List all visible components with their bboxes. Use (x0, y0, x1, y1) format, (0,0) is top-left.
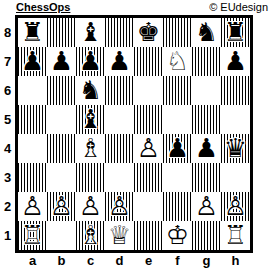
square-b4[interactable] (47, 134, 76, 163)
square-a4[interactable] (18, 134, 47, 163)
piece-black-queen[interactable]: ♛ (224, 134, 247, 163)
rank-label-2: 2 (0, 192, 15, 221)
square-a1[interactable]: ♖ (18, 221, 47, 250)
square-a5[interactable] (18, 105, 47, 134)
square-c7[interactable]: ♟ (76, 47, 105, 76)
square-e1[interactable] (134, 221, 163, 250)
square-d6[interactable] (105, 76, 134, 105)
square-h4[interactable]: ♛ (221, 134, 250, 163)
file-label-e: e (134, 253, 163, 268)
rank-label-4: 4 (0, 134, 15, 163)
square-g3[interactable] (192, 163, 221, 192)
rank-labels: 87654321 (0, 18, 15, 250)
square-g7[interactable] (192, 47, 221, 76)
square-a3[interactable] (18, 163, 47, 192)
square-d7[interactable]: ♟ (105, 47, 134, 76)
piece-white-king[interactable]: ♔ (166, 221, 189, 250)
square-h6[interactable] (221, 76, 250, 105)
square-h7[interactable]: ♟ (221, 47, 250, 76)
square-e3[interactable] (134, 163, 163, 192)
square-d2[interactable]: ♙ (105, 192, 134, 221)
square-g6[interactable] (192, 76, 221, 105)
square-b7[interactable]: ♟ (47, 47, 76, 76)
square-c8[interactable]: ♝ (76, 18, 105, 47)
square-g2[interactable]: ♙ (192, 192, 221, 221)
chessops-diagram: ChessOps © EUdesign 87654321 ♜♝♚♞♜♟♟♟♟♘♟… (0, 0, 270, 270)
square-g8[interactable]: ♞ (192, 18, 221, 47)
piece-white-pawn[interactable]: ♙ (50, 192, 73, 221)
piece-black-pawn[interactable]: ♟ (50, 47, 73, 76)
square-b1[interactable] (47, 221, 76, 250)
square-e5[interactable] (134, 105, 163, 134)
square-a2[interactable]: ♙ (18, 192, 47, 221)
square-c6[interactable]: ♞ (76, 76, 105, 105)
square-h5[interactable] (221, 105, 250, 134)
square-e8[interactable]: ♚ (134, 18, 163, 47)
square-c1[interactable]: ♗ (76, 221, 105, 250)
piece-black-king[interactable]: ♚ (137, 18, 160, 47)
square-b2[interactable]: ♙ (47, 192, 76, 221)
square-f1[interactable]: ♔ (163, 221, 192, 250)
square-d5[interactable] (105, 105, 134, 134)
rank-label-1: 1 (0, 221, 15, 250)
piece-black-pawn[interactable]: ♟ (224, 47, 247, 76)
square-c5[interactable]: ♝ (76, 105, 105, 134)
rank-label-8: 8 (0, 18, 15, 47)
square-a8[interactable]: ♜ (18, 18, 47, 47)
square-h2[interactable]: ♙ (221, 192, 250, 221)
app-title: ChessOps (16, 1, 70, 13)
piece-white-bishop[interactable]: ♗ (79, 221, 102, 250)
square-h3[interactable] (221, 163, 250, 192)
square-c3[interactable] (76, 163, 105, 192)
piece-white-bishop[interactable]: ♗ (79, 134, 102, 163)
piece-black-pawn[interactable]: ♟ (108, 47, 131, 76)
piece-white-pawn[interactable]: ♙ (195, 192, 218, 221)
square-h1[interactable]: ♖ (221, 221, 250, 250)
copyright-credit: © EUdesign (209, 1, 268, 13)
square-a7[interactable]: ♟ (18, 47, 47, 76)
file-label-c: c (76, 253, 105, 268)
square-f2[interactable] (163, 192, 192, 221)
rank-label-7: 7 (0, 47, 15, 76)
chess-board: ♜♝♚♞♜♟♟♟♟♘♟♞♝♗♙♟♟♛♙♙♙♙♙♙♖♗♕♔♖ (18, 18, 250, 250)
square-c4[interactable]: ♗ (76, 134, 105, 163)
piece-black-bishop[interactable]: ♝ (79, 105, 102, 134)
board-frame: ♜♝♚♞♜♟♟♟♟♘♟♞♝♗♙♟♟♛♙♙♙♙♙♙♖♗♕♔♖ (15, 15, 253, 253)
square-d3[interactable] (105, 163, 134, 192)
square-g5[interactable] (192, 105, 221, 134)
piece-white-pawn[interactable]: ♙ (21, 192, 44, 221)
piece-white-pawn[interactable]: ♙ (137, 134, 160, 163)
file-label-g: g (192, 253, 221, 268)
square-e6[interactable] (134, 76, 163, 105)
file-label-h: h (221, 253, 250, 268)
piece-black-bishop[interactable]: ♝ (79, 18, 102, 47)
square-d1[interactable]: ♕ (105, 221, 134, 250)
piece-black-pawn[interactable]: ♟ (195, 134, 218, 163)
square-b5[interactable] (47, 105, 76, 134)
piece-black-pawn[interactable]: ♟ (79, 47, 102, 76)
square-f4[interactable]: ♟ (163, 134, 192, 163)
piece-black-pawn[interactable]: ♟ (166, 134, 189, 163)
square-e7[interactable] (134, 47, 163, 76)
file-label-d: d (105, 253, 134, 268)
rank-label-6: 6 (0, 76, 15, 105)
piece-white-rook[interactable]: ♖ (21, 221, 44, 250)
piece-white-queen[interactable]: ♕ (108, 221, 131, 250)
piece-white-pawn[interactable]: ♙ (224, 192, 247, 221)
square-f8[interactable] (163, 18, 192, 47)
square-f6[interactable] (163, 76, 192, 105)
square-g1[interactable] (192, 221, 221, 250)
piece-white-pawn[interactable]: ♙ (79, 192, 102, 221)
piece-white-pawn[interactable]: ♙ (108, 192, 131, 221)
piece-black-rook[interactable]: ♜ (224, 18, 247, 47)
piece-white-rook[interactable]: ♖ (224, 221, 247, 250)
square-c2[interactable]: ♙ (76, 192, 105, 221)
file-labels: abcdefgh (18, 253, 250, 268)
square-a6[interactable] (18, 76, 47, 105)
square-b3[interactable] (47, 163, 76, 192)
piece-black-knight[interactable]: ♞ (79, 76, 102, 105)
file-label-f: f (163, 253, 192, 268)
square-h8[interactable]: ♜ (221, 18, 250, 47)
square-d8[interactable] (105, 18, 134, 47)
piece-black-knight[interactable]: ♞ (195, 18, 218, 47)
rank-label-5: 5 (0, 105, 15, 134)
square-f5[interactable] (163, 105, 192, 134)
piece-black-pawn[interactable]: ♟ (21, 47, 44, 76)
file-label-b: b (47, 253, 76, 268)
square-f3[interactable] (163, 163, 192, 192)
square-g4[interactable]: ♟ (192, 134, 221, 163)
square-d4[interactable] (105, 134, 134, 163)
file-label-a: a (18, 253, 47, 268)
rank-label-3: 3 (0, 163, 15, 192)
square-b8[interactable] (47, 18, 76, 47)
piece-white-knight[interactable]: ♘ (166, 47, 189, 76)
square-e4[interactable]: ♙ (134, 134, 163, 163)
square-b6[interactable] (47, 76, 76, 105)
piece-black-rook[interactable]: ♜ (21, 18, 44, 47)
square-f7[interactable]: ♘ (163, 47, 192, 76)
header-bar: ChessOps © EUdesign (16, 0, 268, 14)
square-e2[interactable] (134, 192, 163, 221)
